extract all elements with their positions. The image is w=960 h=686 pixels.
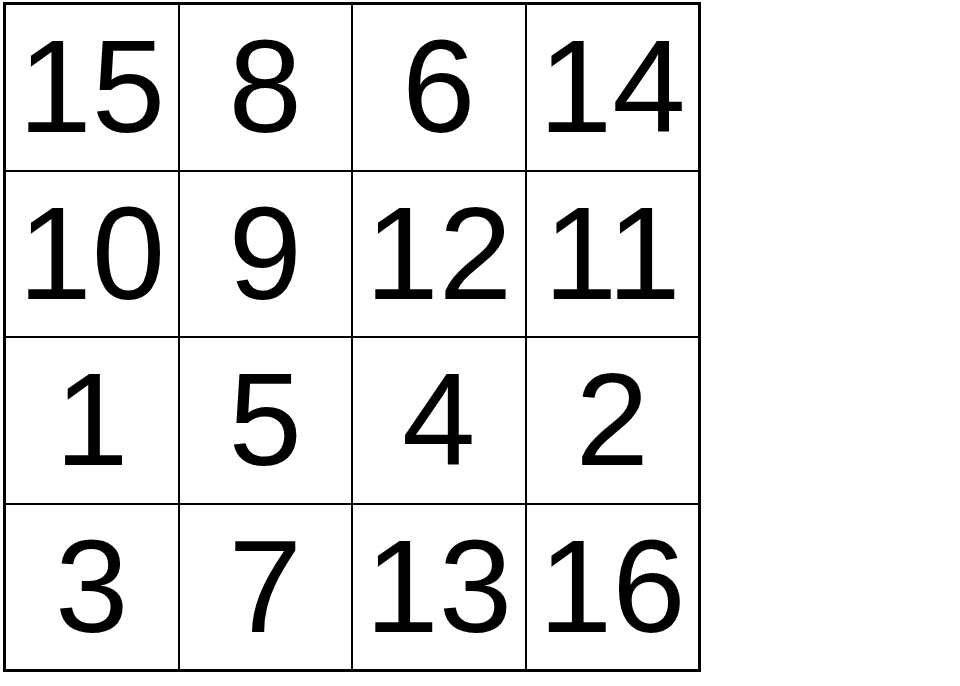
cell-r4c3[interactable]: 13 xyxy=(352,504,526,671)
cell-r1c1[interactable]: 15 xyxy=(5,4,179,171)
cell-r1c2[interactable]: 8 xyxy=(179,4,353,171)
cell-r2c1[interactable]: 10 xyxy=(5,171,179,338)
cell-r1c4[interactable]: 14 xyxy=(526,4,700,171)
cell-r3c3[interactable]: 4 xyxy=(352,337,526,504)
cell-r4c4[interactable]: 16 xyxy=(526,504,700,671)
cell-r2c2[interactable]: 9 xyxy=(179,171,353,338)
cell-r2c3[interactable]: 12 xyxy=(352,171,526,338)
cell-r3c4[interactable]: 2 xyxy=(526,337,700,504)
cell-r1c3[interactable]: 6 xyxy=(352,4,526,171)
cell-r3c1[interactable]: 1 xyxy=(5,337,179,504)
cell-r4c2[interactable]: 7 xyxy=(179,504,353,671)
page: 15 8 6 14 10 9 12 11 1 5 4 2 3 7 13 16 xyxy=(0,0,960,686)
cell-r2c4[interactable]: 11 xyxy=(526,171,700,338)
cell-r3c2[interactable]: 5 xyxy=(179,337,353,504)
puzzle-board: 15 8 6 14 10 9 12 11 1 5 4 2 3 7 13 16 xyxy=(3,2,701,672)
cell-r4c1[interactable]: 3 xyxy=(5,504,179,671)
